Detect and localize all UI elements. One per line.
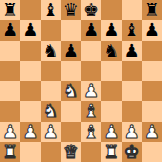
square-a8[interactable]: ♜ <box>0 0 20 20</box>
piece-white-pawn[interactable]: ♟ <box>124 122 140 142</box>
square-c4[interactable] <box>41 81 61 101</box>
square-c3[interactable]: ♞ <box>41 101 61 121</box>
square-e3[interactable]: ♝ <box>81 101 101 121</box>
square-g1[interactable]: ♚ <box>122 142 142 162</box>
square-c5[interactable] <box>41 61 61 81</box>
piece-white-rook[interactable]: ♜ <box>103 142 119 162</box>
square-h8[interactable]: ♜ <box>142 0 162 20</box>
piece-black-bishop[interactable]: ♝ <box>124 20 140 40</box>
piece-black-knight[interactable]: ♞ <box>103 41 119 61</box>
square-d7[interactable] <box>61 20 81 40</box>
square-a2[interactable]: ♟ <box>0 122 20 142</box>
square-d5[interactable] <box>61 61 81 81</box>
square-h1[interactable] <box>142 142 162 162</box>
piece-white-bishop[interactable]: ♝ <box>83 122 99 142</box>
square-h5[interactable] <box>142 61 162 81</box>
square-b7[interactable]: ♟ <box>20 20 40 40</box>
piece-white-pawn[interactable]: ♟ <box>22 122 38 142</box>
chess-board: ♜♝♛♚♜♟♟♟♟♝♟♞♟♞♟♞♟♞♝♟♟♟♝♟♟♟♜♛♜♚ <box>0 0 162 162</box>
square-g2[interactable]: ♟ <box>122 122 142 142</box>
square-e4[interactable]: ♟ <box>81 81 101 101</box>
square-a7[interactable]: ♟ <box>0 20 20 40</box>
square-a3[interactable] <box>0 101 20 121</box>
piece-white-knight[interactable]: ♞ <box>63 81 79 101</box>
square-c6[interactable]: ♞ <box>41 41 61 61</box>
square-b1[interactable] <box>20 142 40 162</box>
square-h6[interactable] <box>142 41 162 61</box>
square-g5[interactable] <box>122 61 142 81</box>
square-g3[interactable] <box>122 101 142 121</box>
square-c2[interactable]: ♟ <box>41 122 61 142</box>
square-e2[interactable]: ♝ <box>81 122 101 142</box>
square-g8[interactable] <box>122 0 142 20</box>
piece-black-queen[interactable]: ♛ <box>63 0 79 20</box>
piece-black-rook[interactable]: ♜ <box>2 0 18 20</box>
square-d6[interactable]: ♟ <box>61 41 81 61</box>
square-e1[interactable] <box>81 142 101 162</box>
piece-white-pawn[interactable]: ♟ <box>103 122 119 142</box>
piece-white-pawn[interactable]: ♟ <box>83 81 99 101</box>
square-d1[interactable]: ♛ <box>61 142 81 162</box>
square-b3[interactable] <box>20 101 40 121</box>
square-b6[interactable] <box>20 41 40 61</box>
square-d4[interactable]: ♞ <box>61 81 81 101</box>
piece-white-pawn[interactable]: ♟ <box>2 122 18 142</box>
square-b5[interactable] <box>20 61 40 81</box>
square-g7[interactable]: ♝ <box>122 20 142 40</box>
piece-white-queen[interactable]: ♛ <box>63 142 79 162</box>
piece-black-pawn[interactable]: ♟ <box>2 20 18 40</box>
piece-black-pawn[interactable]: ♟ <box>63 41 79 61</box>
piece-black-bishop[interactable]: ♝ <box>43 0 59 20</box>
piece-black-king[interactable]: ♚ <box>83 0 99 20</box>
piece-black-pawn[interactable]: ♟ <box>83 20 99 40</box>
square-a4[interactable] <box>0 81 20 101</box>
square-g6[interactable]: ♟ <box>122 41 142 61</box>
piece-white-pawn[interactable]: ♟ <box>43 122 59 142</box>
piece-black-knight[interactable]: ♞ <box>43 41 59 61</box>
square-f3[interactable] <box>101 101 121 121</box>
piece-black-pawn[interactable]: ♟ <box>103 20 119 40</box>
square-h2[interactable]: ♟ <box>142 122 162 142</box>
piece-black-rook[interactable]: ♜ <box>144 0 160 20</box>
square-f8[interactable] <box>101 0 121 20</box>
square-f5[interactable] <box>101 61 121 81</box>
square-e7[interactable]: ♟ <box>81 20 101 40</box>
piece-white-rook[interactable]: ♜ <box>2 142 18 162</box>
piece-white-king[interactable]: ♚ <box>124 142 140 162</box>
piece-white-bishop[interactable]: ♝ <box>83 101 99 121</box>
piece-white-pawn[interactable]: ♟ <box>144 122 160 142</box>
square-b2[interactable]: ♟ <box>20 122 40 142</box>
square-d8[interactable]: ♛ <box>61 0 81 20</box>
square-a6[interactable] <box>0 41 20 61</box>
piece-black-pawn[interactable]: ♟ <box>22 20 38 40</box>
square-e5[interactable] <box>81 61 101 81</box>
square-b8[interactable] <box>20 0 40 20</box>
square-f1[interactable]: ♜ <box>101 142 121 162</box>
square-c1[interactable] <box>41 142 61 162</box>
square-a5[interactable] <box>0 61 20 81</box>
square-g4[interactable] <box>122 81 142 101</box>
square-f2[interactable]: ♟ <box>101 122 121 142</box>
square-c8[interactable]: ♝ <box>41 0 61 20</box>
square-d3[interactable] <box>61 101 81 121</box>
square-f7[interactable]: ♟ <box>101 20 121 40</box>
square-e8[interactable]: ♚ <box>81 0 101 20</box>
square-h4[interactable] <box>142 81 162 101</box>
square-h7[interactable]: ♟ <box>142 20 162 40</box>
square-f4[interactable] <box>101 81 121 101</box>
square-h3[interactable] <box>142 101 162 121</box>
piece-white-knight[interactable]: ♞ <box>43 101 59 121</box>
square-a1[interactable]: ♜ <box>0 142 20 162</box>
square-f6[interactable]: ♞ <box>101 41 121 61</box>
square-b4[interactable] <box>20 81 40 101</box>
square-e6[interactable] <box>81 41 101 61</box>
piece-black-pawn[interactable]: ♟ <box>124 41 140 61</box>
square-c7[interactable] <box>41 20 61 40</box>
square-d2[interactable] <box>61 122 81 142</box>
piece-black-pawn[interactable]: ♟ <box>144 20 160 40</box>
